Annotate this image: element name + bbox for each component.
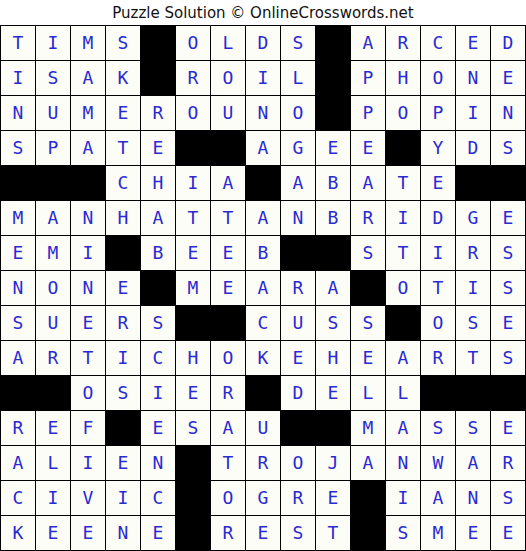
letter-cell-r7c7: E: [211, 236, 246, 271]
letter-cell-r7c6: E: [176, 236, 211, 271]
letter-cell-r10c4: I: [106, 341, 141, 376]
letter-cell-r14c5: C: [141, 481, 176, 516]
black-cell-r7c10: [316, 236, 351, 271]
letter-cell-r4c2: P: [36, 131, 71, 166]
letter-cell-r3c2: U: [36, 96, 71, 131]
letter-cell-r14c1: C: [1, 481, 36, 516]
black-cell-r1c10: [316, 26, 351, 61]
letter-cell-r2c3: A: [71, 61, 106, 96]
black-cell-r5c14: [456, 166, 491, 201]
letter-cell-r9c1: S: [1, 306, 36, 341]
letter-cell-r4c1: S: [1, 131, 36, 166]
letter-cell-r1c6: O: [176, 26, 211, 61]
letter-cell-r4c11: E: [351, 131, 386, 166]
letter-cell-r8c4: E: [106, 271, 141, 306]
black-cell-r11c15: [491, 376, 526, 411]
letter-cell-r10c6: H: [176, 341, 211, 376]
letter-cell-r13c11: A: [351, 446, 386, 481]
letter-cell-r11c5: I: [141, 376, 176, 411]
letter-cell-r7c11: S: [351, 236, 386, 271]
letter-cell-r11c12: L: [386, 376, 421, 411]
letter-cell-r10c9: E: [281, 341, 316, 376]
letter-cell-r1c7: L: [211, 26, 246, 61]
letter-cell-r2c1: I: [1, 61, 36, 96]
letter-cell-r5c6: I: [176, 166, 211, 201]
letter-cell-r6c8: A: [246, 201, 281, 236]
black-cell-r11c13: [421, 376, 456, 411]
black-cell-r15c6: [176, 516, 211, 551]
letter-cell-r7c8: B: [246, 236, 281, 271]
letter-cell-r11c7: R: [211, 376, 246, 411]
letter-cell-r3c15: N: [491, 96, 526, 131]
letter-cell-r15c15: E: [491, 516, 526, 551]
black-cell-r8c11: [351, 271, 386, 306]
black-cell-r12c9: [281, 411, 316, 446]
letter-cell-r4c9: G: [281, 131, 316, 166]
letter-cell-r8c8: A: [246, 271, 281, 306]
letter-cell-r6c10: B: [316, 201, 351, 236]
letter-cell-r4c13: Y: [421, 131, 456, 166]
letter-cell-r7c12: T: [386, 236, 421, 271]
letter-cell-r14c9: R: [281, 481, 316, 516]
letter-cell-r2c8: I: [246, 61, 281, 96]
letter-cell-r9c14: S: [456, 306, 491, 341]
letter-cell-r2c9: L: [281, 61, 316, 96]
letter-cell-r9c11: S: [351, 306, 386, 341]
letter-cell-r13c7: T: [211, 446, 246, 481]
letter-cell-r15c3: E: [71, 516, 106, 551]
letter-cell-r12c12: A: [386, 411, 421, 446]
letter-cell-r12c15: E: [491, 411, 526, 446]
letter-cell-r11c9: D: [281, 376, 316, 411]
letter-cell-r8c2: O: [36, 271, 71, 306]
letter-cell-r7c5: B: [141, 236, 176, 271]
letter-cell-r15c12: S: [386, 516, 421, 551]
letter-cell-r14c12: I: [386, 481, 421, 516]
letter-cell-r2c12: H: [386, 61, 421, 96]
letter-cell-r13c14: A: [456, 446, 491, 481]
letter-cell-r8c10: A: [316, 271, 351, 306]
letter-cell-r9c4: R: [106, 306, 141, 341]
letter-cell-r1c3: M: [71, 26, 106, 61]
letter-cell-r14c10: E: [316, 481, 351, 516]
letter-cell-r13c15: R: [491, 446, 526, 481]
letter-cell-r13c12: N: [386, 446, 421, 481]
letter-cell-r4c14: D: [456, 131, 491, 166]
letter-cell-r1c4: S: [106, 26, 141, 61]
black-cell-r7c9: [281, 236, 316, 271]
letter-cell-r5c9: A: [281, 166, 316, 201]
letter-cell-r15c9: S: [281, 516, 316, 551]
letter-cell-r6c5: A: [141, 201, 176, 236]
letter-cell-r9c2: U: [36, 306, 71, 341]
letter-cell-r1c8: D: [246, 26, 281, 61]
black-cell-r8c5: [141, 271, 176, 306]
black-cell-r11c2: [36, 376, 71, 411]
letter-cell-r14c7: O: [211, 481, 246, 516]
black-cell-r15c11: [351, 516, 386, 551]
letter-cell-r7c3: I: [71, 236, 106, 271]
letter-cell-r3c8: N: [246, 96, 281, 131]
letter-cell-r3c9: O: [281, 96, 316, 131]
letter-cell-r1c14: E: [456, 26, 491, 61]
letter-cell-r9c10: S: [316, 306, 351, 341]
letter-cell-r2c6: R: [176, 61, 211, 96]
letter-cell-r15c2: E: [36, 516, 71, 551]
letter-cell-r12c6: S: [176, 411, 211, 446]
letter-cell-r8c13: T: [421, 271, 456, 306]
black-cell-r4c12: [386, 131, 421, 166]
black-cell-r1c5: [141, 26, 176, 61]
letter-cell-r5c7: A: [211, 166, 246, 201]
black-cell-r4c6: [176, 131, 211, 166]
letter-cell-r13c9: O: [281, 446, 316, 481]
letter-cell-r7c2: M: [36, 236, 71, 271]
letter-cell-r7c15: S: [491, 236, 526, 271]
letter-cell-r2c2: S: [36, 61, 71, 96]
letter-cell-r4c3: A: [71, 131, 106, 166]
letter-cell-r12c1: R: [1, 411, 36, 446]
letter-cell-r4c10: E: [316, 131, 351, 166]
letter-cell-r14c8: G: [246, 481, 281, 516]
letter-cell-r15c13: M: [421, 516, 456, 551]
letter-cell-r4c4: T: [106, 131, 141, 166]
letter-cell-r15c14: E: [456, 516, 491, 551]
black-cell-r5c1: [1, 166, 36, 201]
black-cell-r5c3: [71, 166, 106, 201]
letter-cell-r8c6: M: [176, 271, 211, 306]
letter-cell-r12c14: S: [456, 411, 491, 446]
letter-cell-r15c7: R: [211, 516, 246, 551]
letter-cell-r12c5: E: [141, 411, 176, 446]
letter-cell-r9c8: C: [246, 306, 281, 341]
letter-cell-r15c5: E: [141, 516, 176, 551]
black-cell-r2c10: [316, 61, 351, 96]
black-cell-r14c11: [351, 481, 386, 516]
letter-cell-r13c3: I: [71, 446, 106, 481]
black-cell-r5c8: [246, 166, 281, 201]
letter-cell-r5c5: H: [141, 166, 176, 201]
letter-cell-r10c2: R: [36, 341, 71, 376]
letter-cell-r12c2: E: [36, 411, 71, 446]
letter-cell-r9c5: S: [141, 306, 176, 341]
letter-cell-r10c15: S: [491, 341, 526, 376]
letter-cell-r6c9: N: [281, 201, 316, 236]
letter-cell-r6c13: D: [421, 201, 456, 236]
letter-cell-r10c1: A: [1, 341, 36, 376]
letter-cell-r14c3: V: [71, 481, 106, 516]
page-title: Puzzle Solution © OnlineCrosswords.net: [0, 0, 526, 25]
black-cell-r7c4: [106, 236, 141, 271]
letter-cell-r12c11: M: [351, 411, 386, 446]
letter-cell-r12c13: S: [421, 411, 456, 446]
letter-cell-r10c7: O: [211, 341, 246, 376]
letter-cell-r8c3: N: [71, 271, 106, 306]
letter-cell-r4c5: E: [141, 131, 176, 166]
letter-cell-r12c8: U: [246, 411, 281, 446]
letter-cell-r10c13: R: [421, 341, 456, 376]
letter-cell-r12c3: F: [71, 411, 106, 446]
letter-cell-r9c13: O: [421, 306, 456, 341]
letter-cell-r10c5: C: [141, 341, 176, 376]
letter-cell-r13c5: N: [141, 446, 176, 481]
letter-cell-r2c4: K: [106, 61, 141, 96]
letter-cell-r15c1: K: [1, 516, 36, 551]
letter-cell-r3c1: N: [1, 96, 36, 131]
black-cell-r11c8: [246, 376, 281, 411]
black-cell-r5c2: [36, 166, 71, 201]
black-cell-r12c10: [316, 411, 351, 446]
black-cell-r5c15: [491, 166, 526, 201]
letter-cell-r15c10: T: [316, 516, 351, 551]
letter-cell-r2c14: N: [456, 61, 491, 96]
letter-cell-r3c12: O: [386, 96, 421, 131]
letter-cell-r6c11: R: [351, 201, 386, 236]
letter-cell-r5c10: B: [316, 166, 351, 201]
letter-cell-r1c11: A: [351, 26, 386, 61]
letter-cell-r11c6: E: [176, 376, 211, 411]
letter-cell-r1c13: C: [421, 26, 456, 61]
letter-cell-r11c3: O: [71, 376, 106, 411]
letter-cell-r2c11: P: [351, 61, 386, 96]
letter-cell-r3c4: E: [106, 96, 141, 131]
letter-cell-r12c7: A: [211, 411, 246, 446]
letter-cell-r4c8: A: [246, 131, 281, 166]
letter-cell-r13c1: A: [1, 446, 36, 481]
letter-cell-r5c4: C: [106, 166, 141, 201]
black-cell-r9c12: [386, 306, 421, 341]
letter-cell-r14c13: A: [421, 481, 456, 516]
letter-cell-r15c8: E: [246, 516, 281, 551]
letter-cell-r6c12: I: [386, 201, 421, 236]
letter-cell-r10c10: H: [316, 341, 351, 376]
letter-cell-r3c14: I: [456, 96, 491, 131]
letter-cell-r14c4: I: [106, 481, 141, 516]
letter-cell-r2c7: O: [211, 61, 246, 96]
letter-cell-r7c13: I: [421, 236, 456, 271]
letter-cell-r2c13: O: [421, 61, 456, 96]
letter-cell-r6c4: H: [106, 201, 141, 236]
letter-cell-r9c3: E: [71, 306, 106, 341]
letter-cell-r6c6: T: [176, 201, 211, 236]
letter-cell-r8c9: R: [281, 271, 316, 306]
letter-cell-r6c15: E: [491, 201, 526, 236]
black-cell-r2c5: [141, 61, 176, 96]
letter-cell-r9c9: U: [281, 306, 316, 341]
letter-cell-r1c9: S: [281, 26, 316, 61]
letter-cell-r10c3: T: [71, 341, 106, 376]
letter-cell-r3c13: P: [421, 96, 456, 131]
black-cell-r9c6: [176, 306, 211, 341]
letter-cell-r1c2: I: [36, 26, 71, 61]
black-cell-r14c6: [176, 481, 211, 516]
letter-cell-r10c14: T: [456, 341, 491, 376]
letter-cell-r8c15: S: [491, 271, 526, 306]
crossword-grid: TIMSOLDSARCEDISAKROILPHONENUMEROUNOPOPIN…: [0, 25, 526, 551]
letter-cell-r6c2: A: [36, 201, 71, 236]
letter-cell-r8c7: E: [211, 271, 246, 306]
letter-cell-r9c15: E: [491, 306, 526, 341]
black-cell-r11c14: [456, 376, 491, 411]
letter-cell-r4c15: S: [491, 131, 526, 166]
letter-cell-r10c12: A: [386, 341, 421, 376]
letter-cell-r3c5: R: [141, 96, 176, 131]
letter-cell-r13c8: R: [246, 446, 281, 481]
letter-cell-r10c11: E: [351, 341, 386, 376]
letter-cell-r5c11: A: [351, 166, 386, 201]
letter-cell-r6c3: N: [71, 201, 106, 236]
letter-cell-r3c11: P: [351, 96, 386, 131]
letter-cell-r8c14: I: [456, 271, 491, 306]
letter-cell-r1c15: D: [491, 26, 526, 61]
letter-cell-r8c1: N: [1, 271, 36, 306]
letter-cell-r11c4: S: [106, 376, 141, 411]
letter-cell-r3c6: O: [176, 96, 211, 131]
letter-cell-r6c1: M: [1, 201, 36, 236]
letter-cell-r6c7: T: [211, 201, 246, 236]
letter-cell-r13c2: L: [36, 446, 71, 481]
letter-cell-r5c13: E: [421, 166, 456, 201]
black-cell-r9c7: [211, 306, 246, 341]
letter-cell-r13c4: E: [106, 446, 141, 481]
black-cell-r3c10: [316, 96, 351, 131]
letter-cell-r6c14: G: [456, 201, 491, 236]
letter-cell-r11c10: E: [316, 376, 351, 411]
letter-cell-r8c12: O: [386, 271, 421, 306]
letter-cell-r5c12: T: [386, 166, 421, 201]
letter-cell-r14c2: I: [36, 481, 71, 516]
letter-cell-r3c3: M: [71, 96, 106, 131]
letter-cell-r10c8: K: [246, 341, 281, 376]
letter-cell-r3c7: U: [211, 96, 246, 131]
letter-cell-r13c13: W: [421, 446, 456, 481]
letter-cell-r7c1: E: [1, 236, 36, 271]
letter-cell-r14c15: S: [491, 481, 526, 516]
letter-cell-r1c12: R: [386, 26, 421, 61]
letter-cell-r7c14: R: [456, 236, 491, 271]
letter-cell-r2c15: E: [491, 61, 526, 96]
letter-cell-r14c14: N: [456, 481, 491, 516]
letter-cell-r15c4: N: [106, 516, 141, 551]
black-cell-r12c4: [106, 411, 141, 446]
letter-cell-r11c11: L: [351, 376, 386, 411]
black-cell-r4c7: [211, 131, 246, 166]
black-cell-r13c6: [176, 446, 211, 481]
black-cell-r11c1: [1, 376, 36, 411]
letter-cell-r13c10: J: [316, 446, 351, 481]
letter-cell-r1c1: T: [1, 26, 36, 61]
